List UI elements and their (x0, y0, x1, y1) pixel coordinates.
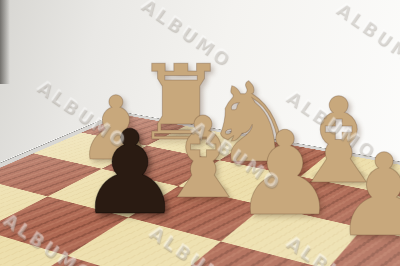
watermark-text: ALBUMO (138, 0, 236, 71)
backdrop-edge-shadow (0, 0, 10, 84)
stock-photo-chess-scene: ♜♞♝♟♝♟♟♟ ALBUMOALBUMOALBUMOALBUMOALBUMOA… (0, 0, 400, 266)
chess-board (0, 112, 400, 266)
chess-board-grid (0, 115, 400, 266)
watermark-text: ALBUMO (333, 0, 400, 75)
